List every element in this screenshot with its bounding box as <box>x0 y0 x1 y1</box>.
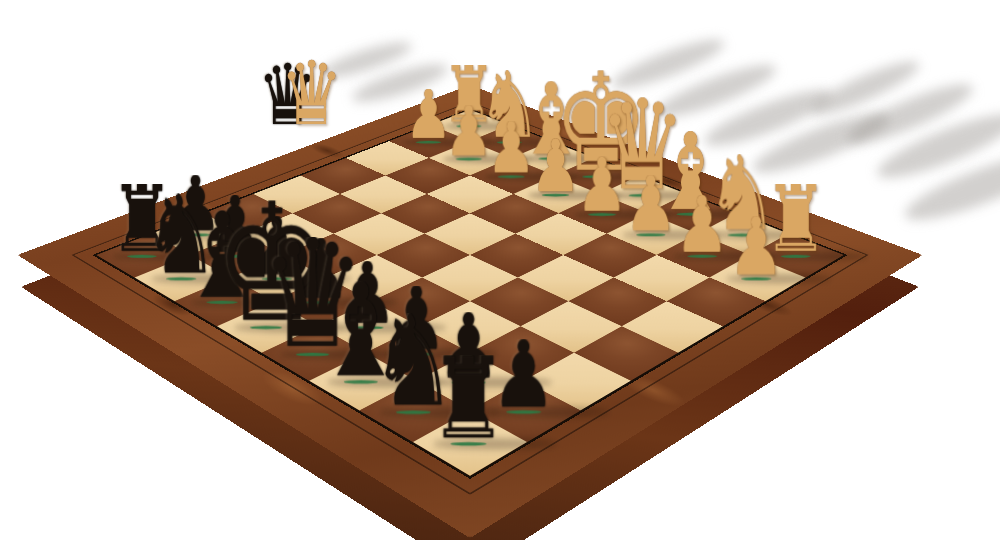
square-d4 <box>470 234 563 278</box>
chess-set-product-photo: ♜♞♝♚♛♝♞♜♟♟♟♟♟♟♟♟♟♟♟♟♟♟♟♟♜♞♝♚♛♝♞♜ ♛♛ <box>0 0 1000 540</box>
square-b4 <box>568 277 666 326</box>
white-pawn: ♟ <box>708 216 804 278</box>
extra-white-queen: ♛ <box>280 60 343 129</box>
board-grid: ♜♞♝♚♛♝♞♜♟♟♟♟♟♟♟♟♟♟♟♟♟♟♟♟♜♞♝♚♛♝♞♜ <box>92 108 847 479</box>
square-a2: ♟ <box>710 255 806 301</box>
black-rook: ♜ <box>411 355 525 443</box>
chess-board: ♜♞♝♚♛♝♞♜♟♟♟♟♟♟♟♟♟♟♟♟♟♟♟♟♜♞♝♚♛♝♞♜ <box>17 85 922 538</box>
